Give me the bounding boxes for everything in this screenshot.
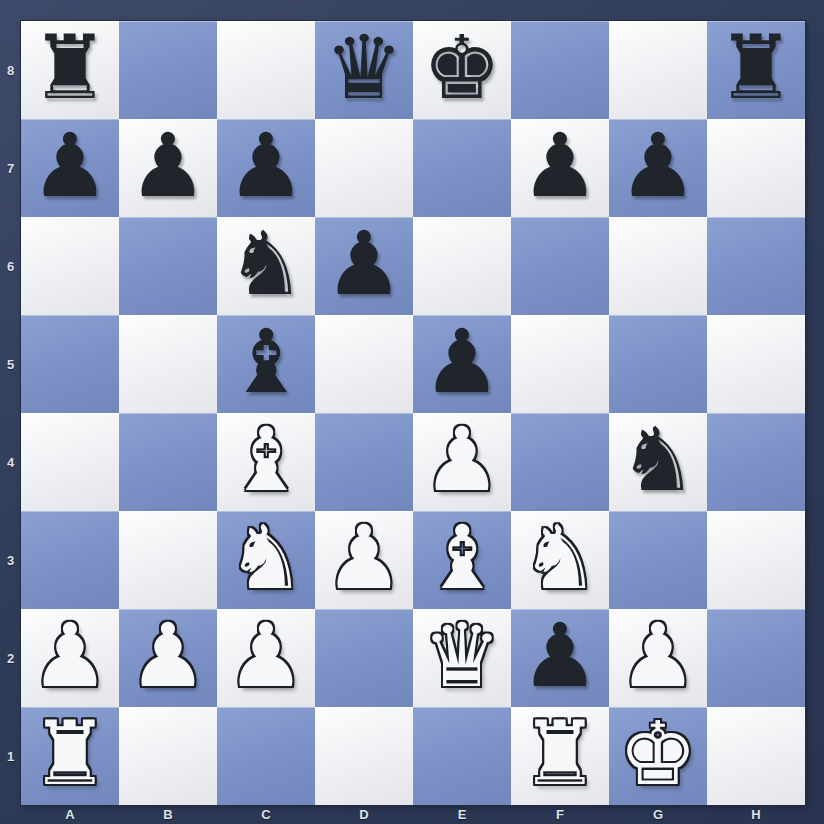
black-pawn[interactable]: ♟ (129, 122, 208, 210)
square-b3[interactable] (119, 511, 217, 609)
white-knight[interactable]: ♞ (521, 514, 600, 602)
square-h7[interactable] (707, 119, 805, 217)
white-king[interactable]: ♚ (619, 710, 698, 798)
square-g5[interactable] (609, 315, 707, 413)
square-e1[interactable] (413, 707, 511, 805)
rank-label-1: 1 (0, 707, 21, 805)
black-queen[interactable]: ♛ (325, 24, 404, 112)
square-a7[interactable]: ♟ (21, 119, 119, 217)
square-a4[interactable] (21, 413, 119, 511)
square-c7[interactable]: ♟ (217, 119, 315, 217)
white-pawn[interactable]: ♟ (227, 612, 306, 700)
rank-label-5: 5 (0, 315, 21, 413)
square-d8[interactable]: ♛ (315, 21, 413, 119)
square-d2[interactable] (315, 609, 413, 707)
white-queen[interactable]: ♛ (423, 612, 502, 700)
white-knight[interactable]: ♞ (227, 514, 306, 602)
square-h6[interactable] (707, 217, 805, 315)
square-d6[interactable]: ♟ (315, 217, 413, 315)
white-pawn[interactable]: ♟ (423, 416, 502, 504)
square-f7[interactable]: ♟ (511, 119, 609, 217)
white-pawn[interactable]: ♟ (31, 612, 110, 700)
black-pawn[interactable]: ♟ (31, 122, 110, 210)
square-a5[interactable] (21, 315, 119, 413)
rank-label-3: 3 (0, 511, 21, 609)
chess-board: 87654321 ♜♛♚♜♟♟♟♟♟♞♟♝♟♝♟♞♞♟♝♞♟♟♟♛♟♟♜♜♚ A… (0, 0, 824, 824)
file-label-h: H (707, 805, 805, 824)
white-pawn[interactable]: ♟ (325, 514, 404, 602)
square-h8[interactable]: ♜ (707, 21, 805, 119)
square-d5[interactable] (315, 315, 413, 413)
file-label-b: B (119, 805, 217, 824)
rank-label-8: 8 (0, 21, 21, 119)
square-f8[interactable] (511, 21, 609, 119)
square-d3[interactable]: ♟ (315, 511, 413, 609)
square-e7[interactable] (413, 119, 511, 217)
file-label-e: E (413, 805, 511, 824)
square-a1[interactable]: ♜ (21, 707, 119, 805)
square-c5[interactable]: ♝ (217, 315, 315, 413)
square-f3[interactable]: ♞ (511, 511, 609, 609)
square-c8[interactable] (217, 21, 315, 119)
square-a6[interactable] (21, 217, 119, 315)
file-label-a: A (21, 805, 119, 824)
square-h2[interactable] (707, 609, 805, 707)
square-h4[interactable] (707, 413, 805, 511)
square-g1[interactable]: ♚ (609, 707, 707, 805)
square-d4[interactable] (315, 413, 413, 511)
rank-label-7: 7 (0, 119, 21, 217)
square-a2[interactable]: ♟ (21, 609, 119, 707)
square-c4[interactable]: ♝ (217, 413, 315, 511)
black-pawn[interactable]: ♟ (521, 612, 600, 700)
white-bishop[interactable]: ♝ (227, 416, 306, 504)
square-e8[interactable]: ♚ (413, 21, 511, 119)
square-g2[interactable]: ♟ (609, 609, 707, 707)
square-b6[interactable] (119, 217, 217, 315)
black-rook[interactable]: ♜ (717, 24, 796, 112)
board-grid: ♜♛♚♜♟♟♟♟♟♞♟♝♟♝♟♞♞♟♝♞♟♟♟♛♟♟♜♜♚ (21, 21, 805, 805)
square-f2[interactable]: ♟ (511, 609, 609, 707)
file-label-d: D (315, 805, 413, 824)
white-rook[interactable]: ♜ (521, 710, 600, 798)
square-b8[interactable] (119, 21, 217, 119)
black-pawn[interactable]: ♟ (325, 220, 404, 308)
square-d1[interactable] (315, 707, 413, 805)
black-bishop[interactable]: ♝ (227, 318, 306, 406)
black-rook[interactable]: ♜ (31, 24, 110, 112)
rank-label-6: 6 (0, 217, 21, 315)
square-f5[interactable] (511, 315, 609, 413)
rank-label-4: 4 (0, 413, 21, 511)
square-b5[interactable] (119, 315, 217, 413)
square-b7[interactable]: ♟ (119, 119, 217, 217)
square-g7[interactable]: ♟ (609, 119, 707, 217)
square-e6[interactable] (413, 217, 511, 315)
rank-labels: 87654321 (0, 21, 21, 805)
black-king[interactable]: ♚ (423, 24, 502, 112)
square-b1[interactable] (119, 707, 217, 805)
square-g3[interactable] (609, 511, 707, 609)
black-pawn[interactable]: ♟ (423, 318, 502, 406)
square-d7[interactable] (315, 119, 413, 217)
square-h3[interactable] (707, 511, 805, 609)
square-e5[interactable]: ♟ (413, 315, 511, 413)
white-bishop[interactable]: ♝ (423, 514, 502, 602)
square-g4[interactable]: ♞ (609, 413, 707, 511)
black-pawn[interactable]: ♟ (619, 122, 698, 210)
square-b2[interactable]: ♟ (119, 609, 217, 707)
square-a8[interactable]: ♜ (21, 21, 119, 119)
square-g8[interactable] (609, 21, 707, 119)
square-c2[interactable]: ♟ (217, 609, 315, 707)
square-h1[interactable] (707, 707, 805, 805)
black-pawn[interactable]: ♟ (521, 122, 600, 210)
square-h5[interactable] (707, 315, 805, 413)
square-g6[interactable] (609, 217, 707, 315)
black-pawn[interactable]: ♟ (227, 122, 306, 210)
square-e2[interactable]: ♛ (413, 609, 511, 707)
white-pawn[interactable]: ♟ (619, 612, 698, 700)
square-f4[interactable] (511, 413, 609, 511)
square-c1[interactable] (217, 707, 315, 805)
file-labels: ABCDEFGH (21, 805, 805, 824)
square-e3[interactable]: ♝ (413, 511, 511, 609)
square-b4[interactable] (119, 413, 217, 511)
rank-label-2: 2 (0, 609, 21, 707)
black-knight[interactable]: ♞ (619, 416, 698, 504)
square-c6[interactable]: ♞ (217, 217, 315, 315)
square-c3[interactable]: ♞ (217, 511, 315, 609)
white-pawn[interactable]: ♟ (129, 612, 208, 700)
square-e4[interactable]: ♟ (413, 413, 511, 511)
black-knight[interactable]: ♞ (227, 220, 306, 308)
white-rook[interactable]: ♜ (31, 710, 110, 798)
file-label-c: C (217, 805, 315, 824)
square-a3[interactable] (21, 511, 119, 609)
square-f1[interactable]: ♜ (511, 707, 609, 805)
square-f6[interactable] (511, 217, 609, 315)
file-label-f: F (511, 805, 609, 824)
file-label-g: G (609, 805, 707, 824)
